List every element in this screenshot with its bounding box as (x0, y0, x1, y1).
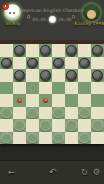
board-square[interactable] (13, 94, 26, 107)
white-piece[interactable] (53, 108, 64, 119)
board-square[interactable] (39, 57, 52, 70)
white-piece[interactable] (14, 120, 25, 131)
board-square[interactable] (78, 57, 91, 70)
board-square[interactable] (78, 107, 91, 120)
board-square[interactable] (65, 69, 78, 82)
white-piece[interactable] (92, 120, 103, 131)
white-piece[interactable] (79, 108, 90, 119)
board-square[interactable] (39, 132, 52, 145)
board-square[interactable] (78, 82, 91, 95)
black-piece[interactable] (27, 58, 38, 69)
white-piece[interactable] (27, 108, 38, 119)
board-square[interactable] (52, 119, 65, 132)
white-piece[interactable] (40, 120, 51, 131)
board-square[interactable] (65, 94, 78, 107)
board-square[interactable] (39, 69, 52, 82)
turn-indicator-white-piece-icon (49, 16, 56, 23)
white-piece[interactable] (53, 133, 64, 144)
board-square[interactable] (52, 94, 65, 107)
board-square[interactable] (13, 44, 26, 57)
board-square[interactable] (78, 69, 91, 82)
board-square[interactable] (65, 82, 78, 95)
board-square[interactable] (52, 82, 65, 95)
checkers-app: Sir.Bily 0 American English Checkers 00:… (0, 0, 104, 184)
board-square[interactable] (0, 57, 13, 70)
white-piece[interactable] (79, 133, 90, 144)
board-square[interactable] (26, 57, 39, 70)
black-piece[interactable] (14, 45, 25, 56)
top-bar: Sir.Bily 0 American English Checkers 00:… (0, 0, 104, 40)
right-timer: 20:00 (58, 17, 72, 22)
white-piece[interactable] (1, 133, 12, 144)
black-piece[interactable] (92, 45, 103, 56)
board-square[interactable] (91, 44, 104, 57)
right-player-avatar[interactable] (83, 4, 100, 21)
board-square[interactable] (52, 107, 65, 120)
black-piece[interactable] (92, 70, 103, 81)
board-square[interactable] (26, 69, 39, 82)
board-square[interactable] (39, 82, 52, 95)
board-square[interactable] (0, 69, 13, 82)
back-icon[interactable]: ← (5, 166, 18, 179)
board-square[interactable] (91, 94, 104, 107)
board-square[interactable] (78, 44, 91, 57)
board-square[interactable] (91, 132, 104, 145)
black-piece[interactable] (1, 58, 12, 69)
board-square[interactable] (0, 107, 13, 120)
board-square[interactable] (52, 132, 65, 145)
board-square[interactable] (65, 57, 78, 70)
white-piece[interactable] (1, 108, 12, 119)
board-square[interactable] (0, 132, 13, 145)
settings-icon[interactable]: ⚙ (90, 166, 103, 179)
bottom-toolbar: ← ↶ ↻ ⚙ (0, 160, 104, 184)
board-square[interactable] (39, 107, 52, 120)
white-piece[interactable] (27, 133, 38, 144)
board-square[interactable] (52, 57, 65, 70)
board-square[interactable] (91, 107, 104, 120)
avatar-face-icon (87, 10, 96, 19)
board-square[interactable] (65, 132, 78, 145)
right-captured-count: 0 (72, 14, 75, 20)
board-square[interactable] (91, 119, 104, 132)
board-square[interactable] (26, 94, 39, 107)
board-square[interactable] (26, 44, 39, 57)
board-square[interactable] (91, 57, 104, 70)
board-square[interactable] (52, 44, 65, 57)
board-square[interactable] (52, 69, 65, 82)
board-square[interactable] (78, 132, 91, 145)
move-hint-dot[interactable] (43, 98, 48, 103)
right-player-name: A.Lucky 1998 (72, 21, 104, 27)
white-piece[interactable] (66, 120, 77, 131)
board-square[interactable] (65, 119, 78, 132)
board-square[interactable] (78, 94, 91, 107)
board-square[interactable] (65, 107, 78, 120)
board-square[interactable] (13, 107, 26, 120)
move-hint-dot[interactable] (17, 98, 22, 103)
black-piece[interactable] (40, 70, 51, 81)
board-square[interactable] (0, 119, 13, 132)
black-piece[interactable] (40, 45, 51, 56)
board-square[interactable] (91, 82, 104, 95)
board-square[interactable] (39, 44, 52, 57)
board-square[interactable] (65, 44, 78, 57)
board-square[interactable] (26, 119, 39, 132)
black-piece[interactable] (79, 58, 90, 69)
board-square[interactable] (39, 119, 52, 132)
board-square[interactable] (13, 69, 26, 82)
board-square[interactable] (0, 44, 13, 57)
left-timer: 00:00 (32, 17, 46, 22)
board-square[interactable] (13, 57, 26, 70)
checkers-board (0, 44, 104, 144)
board-square[interactable] (26, 107, 39, 120)
board-square[interactable] (26, 82, 39, 95)
black-piece[interactable] (66, 45, 77, 56)
board-square[interactable] (13, 82, 26, 95)
board-square[interactable] (0, 94, 13, 107)
board-square[interactable] (13, 132, 26, 145)
board-square[interactable] (26, 132, 39, 145)
black-piece[interactable] (66, 70, 77, 81)
undo-icon[interactable]: ↶ (46, 166, 59, 179)
board-square[interactable] (13, 119, 26, 132)
board-square[interactable] (39, 94, 52, 107)
board-square[interactable] (78, 119, 91, 132)
board-square[interactable] (0, 82, 13, 95)
board-square[interactable] (91, 69, 104, 82)
black-piece[interactable] (53, 58, 64, 69)
black-piece[interactable] (14, 70, 25, 81)
